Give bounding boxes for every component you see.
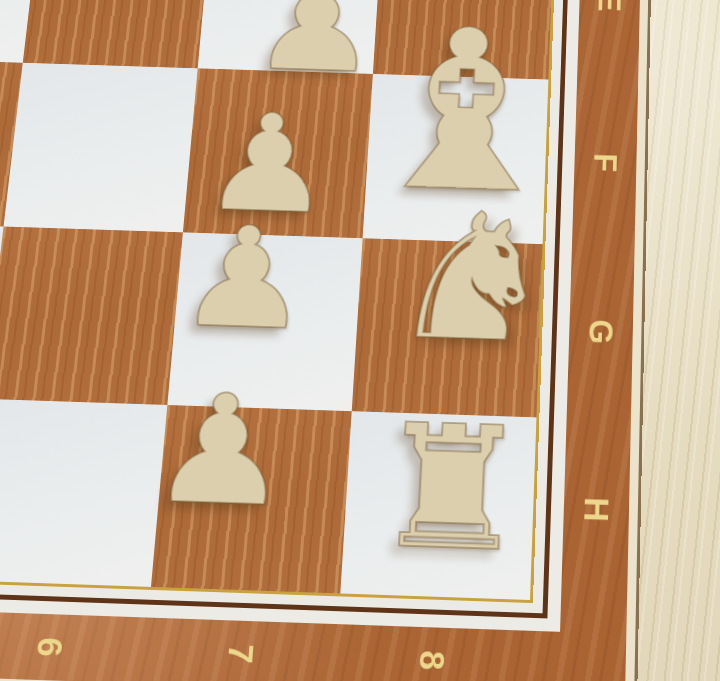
white-rook-h8[interactable]: ♜: [368, 402, 533, 577]
file-label-h: H: [576, 490, 616, 530]
photo-frame: EFGH678 ♝♞♜♟♟♟♟: [0, 0, 720, 681]
white-pawn-e7[interactable]: ♟: [247, 0, 384, 92]
file-label-g: G: [581, 313, 620, 351]
rank-label-8: 8: [411, 640, 453, 681]
chess-board: EFGH678 ♝♞♜♟♟♟♟: [0, 0, 655, 681]
white-knight-g8[interactable]: ♞: [384, 188, 559, 369]
pieces-layer: ♝♞♜♟♟♟♟: [0, 0, 559, 600]
file-label-f: F: [586, 145, 624, 181]
white-pawn-g7[interactable]: ♟: [173, 207, 316, 351]
white-pawn-h7[interactable]: ♟: [145, 373, 297, 529]
file-label-e: E: [591, 0, 628, 19]
rank-label-6: 6: [28, 626, 72, 667]
rank-label-7: 7: [219, 633, 262, 674]
